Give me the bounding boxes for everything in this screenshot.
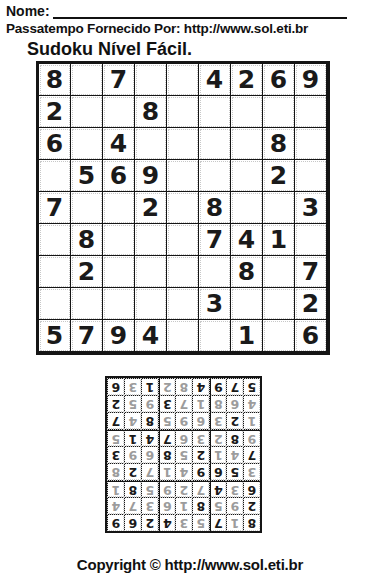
puzzle-cell-r8c6: 3 — [199, 288, 231, 320]
puzzle-cell-r6c3[interactable] — [103, 224, 135, 256]
puzzle-cell-r1c7: 2 — [231, 64, 263, 96]
puzzle-cell-r3c5[interactable] — [167, 128, 199, 160]
name-row: Nome: — [6, 3, 347, 19]
puzzle-cell-r7c6[interactable] — [199, 256, 231, 288]
puzzle-cell-r4c5[interactable] — [167, 160, 199, 192]
solution-cell-r9c4: 4 — [192, 378, 209, 395]
solution-cell-r9c6: 2 — [158, 378, 175, 395]
solution-cell-r9c1: 5 — [243, 378, 260, 395]
solution-cell-r8c2: 6 — [226, 395, 243, 412]
puzzle-cell-r2c7[interactable] — [231, 96, 263, 128]
puzzle-cell-r5c6: 8 — [199, 192, 231, 224]
puzzle-cell-r4c1[interactable] — [39, 160, 71, 192]
puzzle-cell-r5c9: 3 — [295, 192, 327, 224]
solution-cell-r8c9: 2 — [107, 395, 124, 412]
puzzle-cell-r4c2: 5 — [71, 160, 103, 192]
puzzle-cell-r3c1: 6 — [39, 128, 71, 160]
solution-cell-r2c3: 5 — [209, 497, 226, 514]
puzzle-cell-r6c6: 7 — [199, 224, 231, 256]
puzzle-cell-r8c5[interactable] — [167, 288, 199, 320]
solution-cell-r6c6: 7 — [158, 429, 175, 446]
puzzle-cell-r9c4: 4 — [135, 320, 167, 352]
solution-cell-r3c3: 4 — [209, 480, 226, 497]
puzzle-cell-r1c5[interactable] — [167, 64, 199, 96]
solution-cell-r6c2: 8 — [226, 429, 243, 446]
solution-cell-r5c1: 7 — [243, 446, 260, 463]
solution-cell-r5c4: 2 — [192, 446, 209, 463]
solution-cell-r9c8: 3 — [124, 378, 141, 395]
puzzle-cell-r8c8[interactable] — [263, 288, 295, 320]
worksheet-page: Nome: Passatempo Fornecido Por: http://w… — [0, 0, 380, 585]
solution-cell-r2c5: 1 — [175, 497, 192, 514]
solution-cell-r1c6: 4 — [158, 514, 175, 531]
puzzle-cell-r6c7: 4 — [231, 224, 263, 256]
puzzle-cell-r6c4[interactable] — [135, 224, 167, 256]
puzzle-cell-r5c8[interactable] — [263, 192, 295, 224]
solution-cell-r2c6: 6 — [158, 497, 175, 514]
puzzle-cell-r8c4[interactable] — [135, 288, 167, 320]
solution-cell-r5c7: 6 — [141, 446, 158, 463]
puzzle-cell-r7c4[interactable] — [135, 256, 167, 288]
solution-cell-r9c3: 9 — [209, 378, 226, 395]
puzzle-cell-r6c1[interactable] — [39, 224, 71, 256]
solution-cell-r9c2: 7 — [226, 378, 243, 395]
puzzle-cell-r5c2[interactable] — [71, 192, 103, 224]
solution-cell-r4c1: 3 — [243, 463, 260, 480]
puzzle-cell-r8c1[interactable] — [39, 288, 71, 320]
solution-cell-r5c6: 8 — [158, 446, 175, 463]
puzzle-cell-r9c9: 6 — [295, 320, 327, 352]
puzzle-cell-r1c2[interactable] — [71, 64, 103, 96]
puzzle-cell-r1c6: 4 — [199, 64, 231, 96]
solution-cell-r3c2: 3 — [226, 480, 243, 497]
puzzle-cell-r4c9[interactable] — [295, 160, 327, 192]
solution-cell-r8c5: 7 — [175, 395, 192, 412]
solution-cell-r6c7: 4 — [141, 429, 158, 446]
solution-cell-r7c5: 9 — [175, 412, 192, 429]
solution-cell-r3c9: 1 — [107, 480, 124, 497]
puzzle-cell-r4c3: 6 — [103, 160, 135, 192]
puzzle-cell-r3c6[interactable] — [199, 128, 231, 160]
solution-cell-r7c9: 7 — [107, 412, 124, 429]
puzzle-cell-r8c9: 2 — [295, 288, 327, 320]
solution-cell-r5c9: 3 — [107, 446, 124, 463]
puzzle-cell-r9c7: 1 — [231, 320, 263, 352]
solution-cell-r3c5: 2 — [175, 480, 192, 497]
puzzle-cell-r9c1: 5 — [39, 320, 71, 352]
solution-cell-r6c8: 1 — [124, 429, 141, 446]
solution-cell-r8c4: 1 — [192, 395, 209, 412]
solution-cell-r7c4: 6 — [192, 412, 209, 429]
puzzle-cell-r7c1[interactable] — [39, 256, 71, 288]
solution-cell-r3c6: 9 — [158, 480, 175, 497]
puzzle-cell-r1c4[interactable] — [135, 64, 167, 96]
puzzle-cell-r6c5[interactable] — [167, 224, 199, 256]
puzzle-cell-r1c9: 9 — [295, 64, 327, 96]
puzzle-cell-r3c8: 8 — [263, 128, 295, 160]
name-label: Nome: — [6, 3, 50, 19]
puzzle-cell-r8c2[interactable] — [71, 288, 103, 320]
puzzle-cell-r5c1: 7 — [39, 192, 71, 224]
solution-cell-r8c8: 5 — [124, 395, 141, 412]
solution-cell-r2c1: 2 — [243, 497, 260, 514]
solution-cell-r8c1: 4 — [243, 395, 260, 412]
solution-cell-r9c7: 1 — [141, 378, 158, 395]
puzzle-cell-r2c2[interactable] — [71, 96, 103, 128]
puzzle-cell-r5c7[interactable] — [231, 192, 263, 224]
puzzle-cell-r9c2: 7 — [71, 320, 103, 352]
solution-cell-r9c5: 8 — [175, 378, 192, 395]
puzzle-cell-r4c7[interactable] — [231, 160, 263, 192]
solution-cell-r4c3: 6 — [209, 463, 226, 480]
solution-cell-r1c1: 8 — [243, 514, 260, 531]
solution-cell-r1c2: 1 — [226, 514, 243, 531]
puzzle-cell-r6c2: 8 — [71, 224, 103, 256]
solution-cell-r3c8: 8 — [124, 480, 141, 497]
puzzle-cell-r9c6[interactable] — [199, 320, 231, 352]
solution-cell-r2c2: 9 — [226, 497, 243, 514]
solution-cell-r8c7: 9 — [141, 395, 158, 412]
puzzle-cell-r9c8[interactable] — [263, 320, 295, 352]
solution-cell-r1c9: 9 — [107, 514, 124, 531]
solution-cell-r1c8: 6 — [124, 514, 141, 531]
solution-cell-r3c4: 7 — [192, 480, 209, 497]
puzzle-cell-r4c6[interactable] — [199, 160, 231, 192]
solution-cell-r2c8: 7 — [124, 497, 141, 514]
puzzle-cell-r2c9[interactable] — [295, 96, 327, 128]
puzzle-cell-r5c3[interactable] — [103, 192, 135, 224]
puzzle-cell-r9c5[interactable] — [167, 320, 199, 352]
solution-cell-r4c6: 1 — [158, 463, 175, 480]
solution-cell-r4c2: 5 — [226, 463, 243, 480]
puzzle-cell-r3c7[interactable] — [231, 128, 263, 160]
puzzle-cell-r5c5[interactable] — [167, 192, 199, 224]
solution-cell-r5c5: 5 — [175, 446, 192, 463]
puzzle-cell-r1c1: 8 — [39, 64, 71, 96]
puzzle-cell-r1c3: 7 — [103, 64, 135, 96]
solution-cell-r7c8: 4 — [124, 412, 141, 429]
puzzle-cell-r2c1: 2 — [39, 96, 71, 128]
solution-cell-r6c4: 3 — [192, 429, 209, 446]
solution-cell-r6c1: 9 — [243, 429, 260, 446]
solution-cell-r4c9: 8 — [107, 463, 124, 480]
solution-cell-r7c1: 1 — [243, 412, 260, 429]
solution-cell-r8c6: 3 — [158, 395, 175, 412]
solution-cell-r2c7: 3 — [141, 497, 158, 514]
puzzle-cell-r1c8: 6 — [263, 64, 295, 96]
solution-cell-r5c8: 9 — [124, 446, 141, 463]
name-underline — [53, 3, 347, 19]
puzzle-cell-r3c4[interactable] — [135, 128, 167, 160]
solution-cell-r6c3: 2 — [209, 429, 226, 446]
copyright-text: Copyright © http://www.sol.eti.br — [0, 556, 380, 573]
solution-cell-r4c4: 9 — [192, 463, 209, 480]
puzzle-cell-r3c2[interactable] — [71, 128, 103, 160]
puzzle-cell-r7c9: 7 — [295, 256, 327, 288]
provider-line: Passatempo Fornecido Por: http://www.sol… — [6, 21, 308, 36]
solution-cell-r1c4: 5 — [192, 514, 209, 531]
solution-cell-r3c1: 6 — [243, 480, 260, 497]
puzzle-cell-r8c3[interactable] — [103, 288, 135, 320]
puzzle-cell-r6c9[interactable] — [295, 224, 327, 256]
solution-cell-r7c2: 2 — [226, 412, 243, 429]
puzzle-cell-r2c8[interactable] — [263, 96, 295, 128]
puzzle-cell-r7c3[interactable] — [103, 256, 135, 288]
puzzle-cell-r9c3: 9 — [103, 320, 135, 352]
solution-cell-r6c5: 6 — [175, 429, 192, 446]
puzzle-cell-r3c3: 4 — [103, 128, 135, 160]
puzzle-cell-r7c7: 8 — [231, 256, 263, 288]
solution-cell-r3c7: 5 — [141, 480, 158, 497]
puzzle-cell-r2c3[interactable] — [103, 96, 135, 128]
solution-cell-r9c9: 6 — [107, 378, 124, 395]
solution-cell-r8c3: 8 — [209, 395, 226, 412]
solution-cell-r4c7: 7 — [141, 463, 158, 480]
solution-cell-r1c3: 7 — [209, 514, 226, 531]
puzzle-cell-r7c5[interactable] — [167, 256, 199, 288]
puzzle-cell-r3c9[interactable] — [295, 128, 327, 160]
solution-cell-r7c7: 8 — [141, 412, 158, 429]
solution-cell-r7c6: 5 — [158, 412, 175, 429]
solution-cell-r4c8: 2 — [124, 463, 141, 480]
solution-cell-r2c4: 8 — [192, 497, 209, 514]
solution-cell-r4c5: 4 — [175, 463, 192, 480]
solution-cell-r2c9: 4 — [107, 497, 124, 514]
solution-cell-r6c9: 5 — [107, 429, 124, 446]
sudoku-puzzle-grid: 8742692864856927283874128732579416 — [36, 61, 330, 355]
puzzle-cell-r2c4: 8 — [135, 96, 167, 128]
page-title: Sudoku Nível Fácil. — [27, 39, 192, 60]
solution-cell-r1c7: 2 — [141, 514, 158, 531]
solution-cell-r1c5: 3 — [175, 514, 192, 531]
puzzle-cell-r7c2: 2 — [71, 256, 103, 288]
solution-cell-r5c3: 1 — [209, 446, 226, 463]
solution-cell-r7c3: 3 — [209, 412, 226, 429]
puzzle-cell-r5c4: 2 — [135, 192, 167, 224]
puzzle-cell-r4c8: 2 — [263, 160, 295, 192]
sudoku-solution-grid-rotated: 8175342692958163746347295813569417287412… — [105, 376, 262, 533]
puzzle-cell-r6c8: 1 — [263, 224, 295, 256]
puzzle-cell-r4c4: 9 — [135, 160, 167, 192]
puzzle-cell-r2c6[interactable] — [199, 96, 231, 128]
solution-cell-r5c2: 4 — [226, 446, 243, 463]
puzzle-cell-r7c8[interactable] — [263, 256, 295, 288]
puzzle-cell-r8c7[interactable] — [231, 288, 263, 320]
puzzle-cell-r2c5[interactable] — [167, 96, 199, 128]
